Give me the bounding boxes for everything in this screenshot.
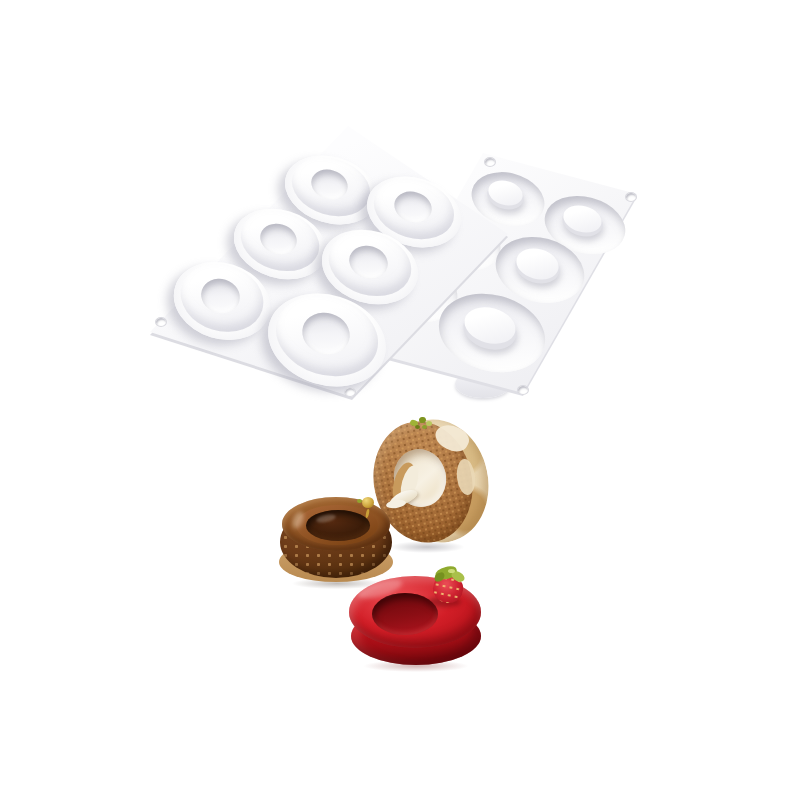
- pistachio-bit: [357, 499, 362, 503]
- dark-chocolate-center: [306, 510, 370, 541]
- pistachio-crumb: [426, 421, 432, 426]
- hanging-hole: [517, 385, 529, 395]
- hanging-hole: [625, 192, 637, 202]
- hanging-hole: [344, 387, 356, 397]
- pistachio-crumb: [415, 425, 420, 429]
- leaf-highlight: [448, 569, 455, 573]
- product-photo: [0, 0, 800, 800]
- hanging-hole: [155, 317, 167, 327]
- pistachio-crumb: [422, 425, 427, 429]
- gold-ball-garnish: [362, 497, 374, 508]
- hanging-hole: [484, 157, 496, 167]
